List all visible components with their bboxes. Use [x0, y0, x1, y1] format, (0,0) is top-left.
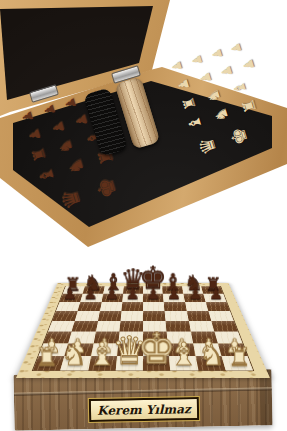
white-knight: ♞	[61, 341, 87, 370]
square-h1: ♜	[221, 356, 253, 370]
square-f5	[165, 311, 189, 321]
light-stored-pawn: ♟	[197, 70, 213, 85]
light-stored-pawn: ♟	[241, 57, 257, 72]
light-stored-pawn: ♟	[219, 64, 235, 79]
chess-board-grid: ♜♞♝♛♚♝♞♜♟♟♟♟♟♟♟♟♟♟♟♟♟♟♟♟♜♞♝♛♚♝♞♜	[32, 286, 254, 371]
light-stored-pawn: ♟	[229, 41, 244, 55]
square-c7: ♟	[101, 294, 123, 302]
square-f6	[164, 302, 187, 311]
light-stored-row: ♛♚	[196, 124, 250, 158]
square-e7: ♟	[143, 294, 164, 302]
white-rook: ♜	[228, 345, 251, 370]
square-g6	[185, 302, 208, 311]
square-e1: ♚	[143, 356, 171, 370]
square-d7: ♟	[122, 294, 143, 302]
black-pawn: ♟	[105, 286, 119, 301]
square-f1: ♝	[169, 356, 198, 370]
square-c5	[98, 311, 122, 321]
light-stored-bishop: ♝	[231, 79, 249, 96]
light-stored-knight: ♞	[206, 87, 224, 104]
light-stored-pawn: ♟	[209, 47, 224, 61]
white-knight: ♞	[199, 341, 225, 370]
light-stored-queen: ♛	[195, 134, 219, 157]
square-h7: ♟	[203, 294, 226, 302]
square-a4	[48, 321, 75, 332]
square-a5	[52, 311, 78, 321]
square-b6	[78, 302, 101, 311]
square-e6	[143, 302, 165, 311]
white-bishop: ♝	[170, 339, 198, 370]
black-pawn: ♟	[209, 286, 223, 301]
black-pawn: ♟	[167, 286, 181, 301]
light-stored-pawn: ♟	[176, 77, 192, 92]
nameplate-text: Kerem Yılmaz	[97, 402, 191, 418]
square-b7: ♟	[80, 294, 102, 302]
square-d5	[120, 311, 143, 321]
light-stored-rook: ♜	[240, 97, 259, 115]
light-stored-pawn: ♟	[170, 59, 185, 73]
square-g1: ♞	[195, 356, 225, 370]
chess-board: ♜♞♝♛♚♝♞♜♟♟♟♟♟♟♟♟♟♟♟♟♟♟♟♟♜♞♝♛♚♝♞♜	[16, 283, 270, 378]
square-a6	[56, 302, 80, 311]
black-pawn: ♟	[63, 286, 77, 301]
square-g7: ♟	[183, 294, 205, 302]
black-pawn: ♟	[126, 286, 140, 301]
square-f7: ♟	[163, 294, 185, 302]
light-stored-rook: ♜	[180, 95, 198, 112]
light-stored-knight: ♞	[213, 105, 232, 123]
square-g5	[186, 311, 211, 321]
black-pawn: ♟	[188, 286, 202, 301]
square-c6	[100, 302, 123, 311]
light-stored-king: ♚	[227, 125, 251, 148]
square-h6	[206, 302, 230, 311]
square-b4	[72, 321, 98, 332]
square-h4	[211, 321, 238, 332]
black-pawn: ♟	[84, 286, 98, 301]
square-g4	[188, 321, 214, 332]
product-photo: ♟♟♟♟♟♟♟♟♜♞♝♝♞♜♛♚ ♟♟♟♟♟♟♟♟♜♞♝♝♞♜♛♚ ♜♞♝♛♚♝…	[0, 0, 287, 431]
square-d6	[121, 302, 143, 311]
square-b1: ♞	[60, 356, 90, 370]
light-stored-pawn: ♟	[189, 53, 204, 67]
square-a7: ♟	[60, 294, 83, 302]
white-rook: ♜	[36, 345, 59, 370]
black-pawn: ♟	[146, 286, 160, 301]
light-stored-bishop: ♝	[185, 113, 204, 131]
square-e5	[143, 311, 166, 321]
square-b5	[75, 311, 100, 321]
square-h5	[208, 311, 234, 321]
engraved-nameplate: Kerem Yılmaz	[89, 397, 199, 422]
